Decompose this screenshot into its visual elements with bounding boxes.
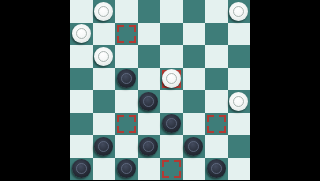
square-r0c1[interactable] bbox=[93, 0, 116, 23]
square-r5c0[interactable] bbox=[70, 113, 93, 136]
square-r1c1 bbox=[93, 23, 116, 46]
board bbox=[70, 0, 250, 180]
highlight-corner-bl bbox=[162, 171, 169, 178]
black-checker-piece[interactable] bbox=[117, 159, 136, 178]
square-r4c6 bbox=[205, 90, 228, 113]
square-r6c6 bbox=[205, 135, 228, 158]
square-r2c1[interactable] bbox=[93, 45, 116, 68]
square-r2c5[interactable] bbox=[183, 45, 206, 68]
square-r7c0[interactable] bbox=[70, 158, 93, 181]
square-r3c2[interactable] bbox=[115, 68, 138, 91]
game-stage bbox=[0, 0, 320, 180]
square-r7c7 bbox=[228, 158, 251, 181]
square-r6c3[interactable] bbox=[138, 135, 161, 158]
highlight-corner-br bbox=[129, 126, 136, 133]
square-r2c4 bbox=[160, 45, 183, 68]
highlight-corner-tl bbox=[162, 160, 169, 167]
square-r2c0 bbox=[70, 45, 93, 68]
white-checker-piece[interactable] bbox=[162, 69, 181, 88]
square-r3c3 bbox=[138, 68, 161, 91]
square-r2c3[interactable] bbox=[138, 45, 161, 68]
square-r7c5 bbox=[183, 158, 206, 181]
square-r7c6[interactable] bbox=[205, 158, 228, 181]
square-r0c4 bbox=[160, 0, 183, 23]
square-r1c7 bbox=[228, 23, 251, 46]
square-r6c5[interactable] bbox=[183, 135, 206, 158]
square-r7c2[interactable] bbox=[115, 158, 138, 181]
black-checker-piece[interactable] bbox=[184, 137, 203, 156]
square-r1c6[interactable] bbox=[205, 23, 228, 46]
square-r3c0[interactable] bbox=[70, 68, 93, 91]
square-r2c2 bbox=[115, 45, 138, 68]
square-r5c1 bbox=[93, 113, 116, 136]
square-r1c4[interactable] bbox=[160, 23, 183, 46]
black-checker-piece[interactable] bbox=[139, 137, 158, 156]
white-checker-piece[interactable] bbox=[72, 24, 91, 43]
square-r5c3 bbox=[138, 113, 161, 136]
square-r5c7 bbox=[228, 113, 251, 136]
highlight-corner-bl bbox=[207, 126, 214, 133]
square-r0c7[interactable] bbox=[228, 0, 251, 23]
white-checker-piece[interactable] bbox=[229, 92, 248, 111]
highlight-corner-br bbox=[219, 126, 226, 133]
square-r3c4[interactable] bbox=[160, 68, 183, 91]
square-r5c2[interactable] bbox=[115, 113, 138, 136]
square-r2c7[interactable] bbox=[228, 45, 251, 68]
square-r5c4[interactable] bbox=[160, 113, 183, 136]
square-r6c4 bbox=[160, 135, 183, 158]
move-highlight[interactable] bbox=[207, 115, 226, 134]
square-r4c1[interactable] bbox=[93, 90, 116, 113]
highlight-corner-tl bbox=[117, 25, 124, 32]
move-highlight[interactable] bbox=[162, 160, 181, 179]
square-r6c0 bbox=[70, 135, 93, 158]
white-checker-piece[interactable] bbox=[94, 2, 113, 21]
highlight-corner-tl bbox=[207, 115, 214, 122]
square-r4c3[interactable] bbox=[138, 90, 161, 113]
square-r7c3 bbox=[138, 158, 161, 181]
highlight-corner-bl bbox=[117, 126, 124, 133]
black-checker-piece[interactable] bbox=[139, 92, 158, 111]
highlight-corner-tr bbox=[129, 115, 136, 122]
square-r4c5[interactable] bbox=[183, 90, 206, 113]
square-r2c6 bbox=[205, 45, 228, 68]
highlight-corner-tr bbox=[219, 115, 226, 122]
highlight-corner-tl bbox=[117, 115, 124, 122]
square-r0c2 bbox=[115, 0, 138, 23]
square-r3c1 bbox=[93, 68, 116, 91]
square-r6c2 bbox=[115, 135, 138, 158]
black-checker-piece[interactable] bbox=[162, 114, 181, 133]
square-r6c7[interactable] bbox=[228, 135, 251, 158]
square-r4c4 bbox=[160, 90, 183, 113]
square-r0c0 bbox=[70, 0, 93, 23]
move-highlight[interactable] bbox=[117, 115, 136, 134]
square-r0c3[interactable] bbox=[138, 0, 161, 23]
square-r5c6[interactable] bbox=[205, 113, 228, 136]
square-r4c2 bbox=[115, 90, 138, 113]
highlight-corner-tr bbox=[174, 160, 181, 167]
square-r0c6 bbox=[205, 0, 228, 23]
black-checker-piece[interactable] bbox=[72, 159, 91, 178]
black-checker-piece[interactable] bbox=[94, 137, 113, 156]
white-checker-piece[interactable] bbox=[229, 2, 248, 21]
square-r1c2[interactable] bbox=[115, 23, 138, 46]
square-r1c5 bbox=[183, 23, 206, 46]
white-checker-piece[interactable] bbox=[94, 47, 113, 66]
square-r1c0[interactable] bbox=[70, 23, 93, 46]
square-r7c4[interactable] bbox=[160, 158, 183, 181]
square-r3c7 bbox=[228, 68, 251, 91]
black-checker-piece[interactable] bbox=[117, 69, 136, 88]
square-r4c0 bbox=[70, 90, 93, 113]
square-r6c1[interactable] bbox=[93, 135, 116, 158]
square-r7c1 bbox=[93, 158, 116, 181]
square-r1c3 bbox=[138, 23, 161, 46]
highlight-corner-tr bbox=[129, 25, 136, 32]
square-r3c6[interactable] bbox=[205, 68, 228, 91]
square-r3c5 bbox=[183, 68, 206, 91]
square-r4c7[interactable] bbox=[228, 90, 251, 113]
move-highlight[interactable] bbox=[117, 25, 136, 44]
highlight-corner-br bbox=[129, 36, 136, 43]
square-r0c5[interactable] bbox=[183, 0, 206, 23]
highlight-corner-bl bbox=[117, 36, 124, 43]
square-r5c5 bbox=[183, 113, 206, 136]
highlight-corner-br bbox=[174, 171, 181, 178]
black-checker-piece[interactable] bbox=[207, 159, 226, 178]
